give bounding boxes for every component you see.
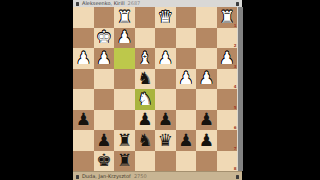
- square-e1[interactable]: [135, 7, 156, 28]
- black-player-side-icon: [76, 175, 79, 179]
- square-b3[interactable]: [196, 48, 217, 69]
- white-pawn-piece: ♟: [76, 49, 91, 66]
- black-queen-piece: ♛: [158, 131, 173, 148]
- white-queen-piece: ♛: [158, 8, 173, 25]
- square-a5[interactable]: 5: [217, 89, 238, 110]
- square-h2[interactable]: [73, 28, 94, 49]
- square-f1[interactable]: ♜: [114, 7, 135, 28]
- square-f3[interactable]: [114, 48, 135, 69]
- square-g7[interactable]: ♟: [94, 130, 115, 151]
- square-a6[interactable]: 6: [217, 110, 238, 131]
- black-knight-piece: ♞: [137, 70, 152, 87]
- bottom-player-bar: Duda, Jan-Krzysztof 2750: [73, 171, 242, 180]
- white-pawn-piece: ♟: [117, 29, 132, 46]
- square-b7[interactable]: ♟: [196, 130, 217, 151]
- square-g6[interactable]: [94, 110, 115, 131]
- white-pawn-piece: ♟: [178, 70, 193, 87]
- white-pawn-piece: ♟: [199, 70, 214, 87]
- black-pawn-piece: ♟: [158, 111, 173, 128]
- square-c7[interactable]: ♟: [176, 130, 197, 151]
- square-e2[interactable]: [135, 28, 156, 49]
- white-pawn-piece: ♟: [96, 49, 111, 66]
- square-h7[interactable]: [73, 130, 94, 151]
- black-pawn-piece: ♟: [96, 131, 111, 148]
- square-h3[interactable]: ♟: [73, 48, 94, 69]
- square-h5[interactable]: [73, 89, 94, 110]
- square-g2[interactable]: ♚: [94, 28, 115, 49]
- square-g3[interactable]: ♟: [94, 48, 115, 69]
- square-a4[interactable]: 4: [217, 69, 238, 90]
- chess-board[interactable]: ♜♛♜1♚♟2♟♟♝♟♟3♞♟♟4♞5♟♟♟♟6♟♜♞♛♟♟7♚♜8: [73, 7, 237, 171]
- black-rook-piece: ♜: [117, 152, 132, 169]
- square-g4[interactable]: [94, 69, 115, 90]
- square-d5[interactable]: [155, 89, 176, 110]
- square-e3[interactable]: ♝: [135, 48, 156, 69]
- square-b5[interactable]: [196, 89, 217, 110]
- square-c3[interactable]: [176, 48, 197, 69]
- square-h8[interactable]: [73, 151, 94, 172]
- square-e7[interactable]: ♞: [135, 130, 156, 151]
- square-d4[interactable]: [155, 69, 176, 90]
- square-a2[interactable]: 2: [217, 28, 238, 49]
- bottom-player-name: Duda, Jan-Krzysztof: [82, 172, 131, 180]
- square-b8[interactable]: [196, 151, 217, 172]
- square-f5[interactable]: [114, 89, 135, 110]
- square-c6[interactable]: [176, 110, 197, 131]
- square-f2[interactable]: ♟: [114, 28, 135, 49]
- square-h1[interactable]: [73, 7, 94, 28]
- square-d8[interactable]: [155, 151, 176, 172]
- board-options-icon[interactable]: [236, 175, 239, 179]
- square-e5[interactable]: ♞: [135, 89, 156, 110]
- square-d7[interactable]: ♛: [155, 130, 176, 151]
- square-c4[interactable]: ♟: [176, 69, 197, 90]
- black-rook-piece: ♜: [117, 131, 132, 148]
- white-rook-piece: ♜: [117, 8, 132, 25]
- square-a8[interactable]: 8: [217, 151, 238, 172]
- square-b1[interactable]: [196, 7, 217, 28]
- square-d1[interactable]: ♛: [155, 7, 176, 28]
- square-f4[interactable]: [114, 69, 135, 90]
- square-c2[interactable]: [176, 28, 197, 49]
- black-king-piece: ♚: [96, 152, 111, 169]
- square-c5[interactable]: [176, 89, 197, 110]
- white-pawn-piece: ♟: [158, 49, 173, 66]
- white-bishop-piece: ♝: [137, 49, 152, 66]
- white-rook-piece: ♜: [219, 8, 234, 25]
- white-pawn-piece: ♟: [219, 49, 234, 66]
- black-pawn-piece: ♟: [137, 111, 152, 128]
- black-pawn-piece: ♟: [199, 111, 214, 128]
- square-d6[interactable]: ♟: [155, 110, 176, 131]
- black-pawn-piece: ♟: [199, 131, 214, 148]
- square-d2[interactable]: [155, 28, 176, 49]
- black-knight-piece: ♞: [137, 131, 152, 148]
- bottom-player-rating: 2750: [134, 172, 147, 180]
- square-g8[interactable]: ♚: [94, 151, 115, 172]
- white-king-piece: ♚: [96, 29, 111, 46]
- white-player-side-icon: [76, 2, 79, 6]
- square-a3[interactable]: ♟3: [217, 48, 238, 69]
- black-pawn-piece: ♟: [76, 111, 91, 128]
- square-b4[interactable]: ♟: [196, 69, 217, 90]
- square-f6[interactable]: [114, 110, 135, 131]
- square-e8[interactable]: [135, 151, 156, 172]
- square-a1[interactable]: ♜1: [217, 7, 238, 28]
- square-f8[interactable]: ♜: [114, 151, 135, 172]
- move-list-scrollbar[interactable]: [237, 7, 243, 171]
- square-b2[interactable]: [196, 28, 217, 49]
- board-options-icon[interactable]: [236, 2, 239, 6]
- top-player-rating: 2687: [128, 0, 141, 7]
- square-d3[interactable]: ♟: [155, 48, 176, 69]
- square-f7[interactable]: ♜: [114, 130, 135, 151]
- video-frame: Alekseenko, Kirill 2687 ♜♛♜1♚♟2♟♟♝♟♟3♞♟♟…: [73, 0, 242, 180]
- white-knight-piece: ♞: [137, 90, 152, 107]
- square-c8[interactable]: [176, 151, 197, 172]
- square-a7[interactable]: 7: [217, 130, 238, 151]
- square-e6[interactable]: ♟: [135, 110, 156, 131]
- top-player-name: Alekseenko, Kirill: [82, 0, 125, 7]
- square-b6[interactable]: ♟: [196, 110, 217, 131]
- square-c1[interactable]: [176, 7, 197, 28]
- black-pawn-piece: ♟: [178, 131, 193, 148]
- square-e4[interactable]: ♞: [135, 69, 156, 90]
- square-h6[interactable]: ♟: [73, 110, 94, 131]
- square-g1[interactable]: [94, 7, 115, 28]
- square-g5[interactable]: [94, 89, 115, 110]
- square-h4[interactable]: [73, 69, 94, 90]
